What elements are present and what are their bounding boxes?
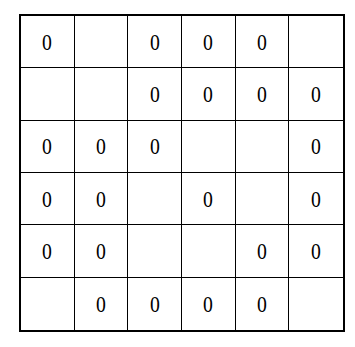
grid-cell-r5c1[interactable]: 0 (21, 225, 75, 277)
grid-cell-r4c3[interactable] (128, 173, 182, 225)
given-digit: 0 (203, 30, 213, 54)
given-digit: 0 (42, 134, 52, 158)
grid-cell-r4c4[interactable]: 0 (182, 173, 236, 225)
given-digit: 0 (96, 134, 106, 158)
grid-cell-r1c2[interactable] (75, 16, 129, 68)
grid-cell-r3c1[interactable]: 0 (21, 121, 75, 173)
grid-cell-r5c6[interactable]: 0 (289, 225, 343, 277)
grid-cell-r6c3[interactable]: 0 (128, 278, 182, 330)
given-digit: 0 (257, 30, 267, 54)
grid-cell-r6c4[interactable]: 0 (182, 278, 236, 330)
grid-cell-r3c6[interactable]: 0 (289, 121, 343, 173)
grid-cell-r3c2[interactable]: 0 (75, 121, 129, 173)
given-digit: 0 (42, 187, 52, 211)
grid-cell-r1c3[interactable]: 0 (128, 16, 182, 68)
given-digit: 0 (203, 82, 213, 106)
grid-cell-r4c1[interactable]: 0 (21, 173, 75, 225)
grid-cell-r3c3[interactable]: 0 (128, 121, 182, 173)
grid-cell-r2c2[interactable] (75, 68, 129, 120)
given-digit: 0 (203, 292, 213, 316)
given-digit: 0 (150, 82, 160, 106)
given-digit: 0 (257, 292, 267, 316)
puzzle-board: 000000000000000000000000 (19, 14, 345, 332)
grid-cell-r6c2[interactable]: 0 (75, 278, 129, 330)
grid-cell-r4c5[interactable] (236, 173, 290, 225)
grid-cell-r2c4[interactable]: 0 (182, 68, 236, 120)
given-digit: 0 (96, 187, 106, 211)
grid-cell-r1c6[interactable] (289, 16, 343, 68)
grid-cell-r2c3[interactable]: 0 (128, 68, 182, 120)
given-digit: 0 (150, 292, 160, 316)
given-digit: 0 (257, 239, 267, 263)
given-digit: 0 (311, 239, 321, 263)
given-digit: 0 (42, 239, 52, 263)
given-digit: 0 (42, 30, 52, 54)
grid-cell-r6c5[interactable]: 0 (236, 278, 290, 330)
given-digit: 0 (311, 134, 321, 158)
grid-cell-r2c1[interactable] (21, 68, 75, 120)
grid-cell-r5c3[interactable] (128, 225, 182, 277)
grid-cell-r2c6[interactable]: 0 (289, 68, 343, 120)
grid-cell-r5c2[interactable]: 0 (75, 225, 129, 277)
grid-cell-r4c6[interactable]: 0 (289, 173, 343, 225)
given-digit: 0 (96, 239, 106, 263)
grid-cell-r5c4[interactable] (182, 225, 236, 277)
grid-cell-r1c1[interactable]: 0 (21, 16, 75, 68)
grid-cell-r6c6[interactable] (289, 278, 343, 330)
grid-cell-r1c4[interactable]: 0 (182, 16, 236, 68)
given-digit: 0 (203, 187, 213, 211)
grid-cell-r3c4[interactable] (182, 121, 236, 173)
given-digit: 0 (150, 134, 160, 158)
given-digit: 0 (311, 82, 321, 106)
grid-cell-r1c5[interactable]: 0 (236, 16, 290, 68)
page: 000000000000000000000000 (0, 0, 355, 347)
given-digit: 0 (311, 187, 321, 211)
given-digit: 0 (96, 292, 106, 316)
grid-cell-r4c2[interactable]: 0 (75, 173, 129, 225)
given-digit: 0 (257, 82, 267, 106)
grid-cell-r3c5[interactable] (236, 121, 290, 173)
grid-cell-r5c5[interactable]: 0 (236, 225, 290, 277)
grid-cell-r2c5[interactable]: 0 (236, 68, 290, 120)
given-digit: 0 (150, 30, 160, 54)
grid-cell-r6c1[interactable] (21, 278, 75, 330)
